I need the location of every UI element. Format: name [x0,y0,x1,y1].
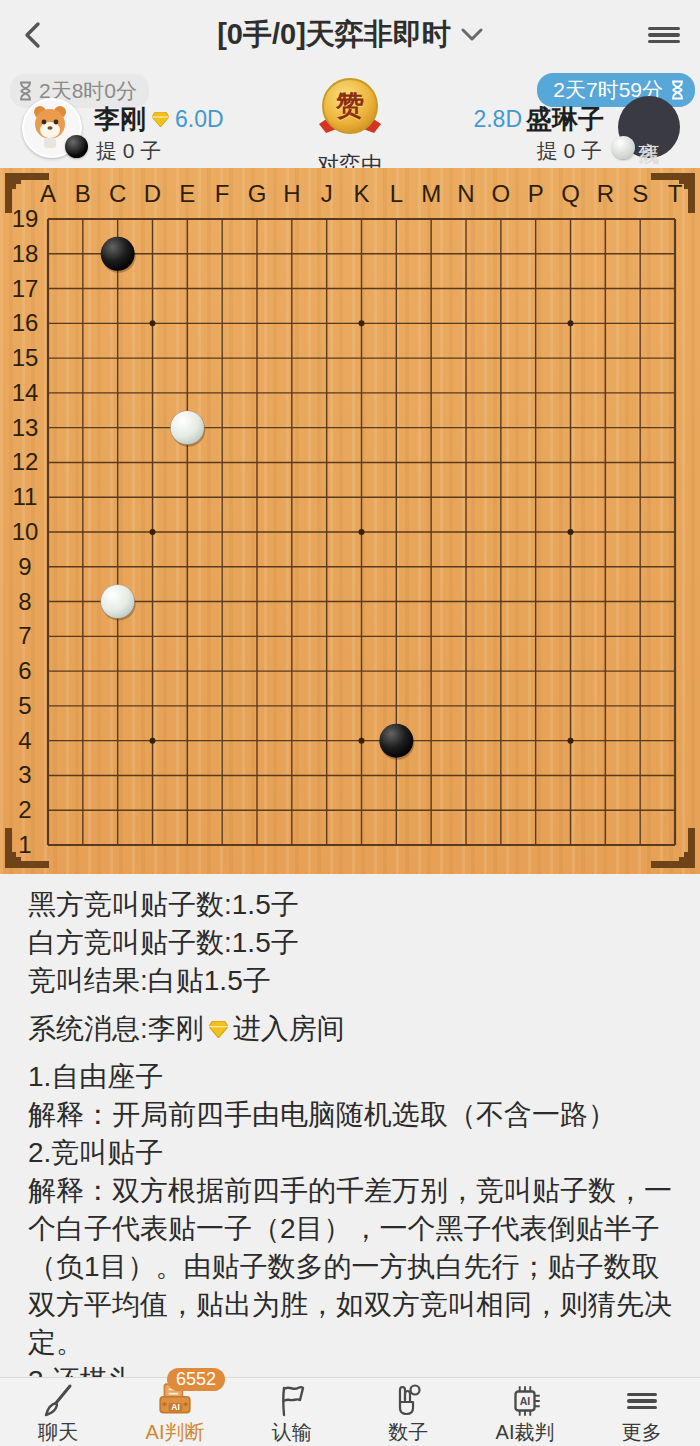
black-player-name-row: 李刚 6.0D [94,102,224,137]
back-icon[interactable] [20,20,46,50]
more-button[interactable]: 更多 [583,1378,700,1446]
praise-medal-button[interactable]: 赞 [317,78,383,144]
player-bar: 2天8时0分 2天7时59分 李刚 6.0D 提 0 子 [0,70,700,168]
brush-icon [40,1381,76,1421]
resign-label: 认输 [272,1419,312,1446]
rule-line: 解释：开局前四手由电脑随机选取（不含一路） [28,1096,680,1134]
svg-text:O: O [491,180,510,207]
medal-disc: 赞 [322,78,378,134]
svg-text:15: 15 [12,344,39,371]
white-player-captures: 提 0 子 [537,137,602,165]
svg-text:P: P [528,180,544,207]
coordinate-labels: ABCDEFGHJKLMNOPQRST191817161514131211109… [12,180,683,858]
hand-count-icon [390,1381,426,1421]
count-button[interactable]: 数子 [350,1378,467,1446]
svg-text:K: K [353,180,369,207]
svg-text:8: 8 [18,588,31,615]
page-title: [0手/0]天弈非即时 [217,15,451,55]
count-label: 数子 [388,1419,428,1446]
svg-text:6: 6 [18,657,31,684]
white-player-rank: 2.8D [473,106,522,133]
title-group[interactable]: [0手/0]天弈非即时 [0,0,700,70]
svg-text:B: B [75,180,91,207]
board-corner-ornament [3,171,51,215]
svg-text:11: 11 [13,483,38,510]
system-message-prefix: 系统消息:李刚 [28,1010,204,1048]
medal-character: 赞 [336,87,364,125]
svg-text:M: M [421,180,441,207]
svg-text:D: D [144,180,161,207]
board-corner-ornament [649,171,697,215]
board-corner-ornament [649,826,697,870]
svg-text:18: 18 [12,240,39,267]
ai-referee-icon: AI [506,1381,544,1421]
svg-text:L: L [390,180,403,207]
ai-judge-badge: 6552 [167,1368,225,1391]
header: [0手/0]天弈非即时 [0,0,700,70]
message-area: 黑方竞叫贴子数:1.5子 白方竞叫贴子数:1.5子 竞叫结果:白贴1.5子 系统… [0,874,700,1400]
svg-text:13: 13 [12,414,39,441]
hourglass-icon [18,81,33,101]
svg-text:7: 7 [18,622,31,649]
chevron-down-icon [461,28,483,42]
svg-text:10: 10 [12,518,39,545]
svg-text:12: 12 [12,448,39,475]
more-label: 更多 [622,1419,662,1446]
flag-icon [274,1381,310,1421]
svg-text:3: 3 [18,761,31,788]
komi-line: 白方竞叫贴子数:1.5子 [28,924,680,962]
ai-judge-button[interactable]: 6552 AI AI判断 [117,1378,234,1446]
svg-text:E: E [179,180,195,207]
ai-referee-button[interactable]: AI AI裁判 [467,1378,584,1446]
svg-text:R: R [597,180,614,207]
stone-white-C8 [101,585,135,619]
black-player-rank: 6.0D [175,106,224,133]
bottom-toolbar: 聊天 6552 AI AI判断 认输 [0,1377,700,1446]
ai-judge-label: AI判断 [146,1419,205,1446]
svg-text:AI: AI [520,1395,531,1407]
svg-text:C: C [109,180,126,207]
go-board[interactable]: ABCDEFGHJKLMNOPQRST191817161514131211109… [0,168,700,874]
rule-line: 2.竞叫贴子 [28,1134,680,1172]
svg-text:14: 14 [12,379,39,406]
svg-text:F: F [215,180,230,207]
svg-text:S: S [632,180,648,207]
rule-line: 1.自由座子 [28,1058,680,1096]
komi-line: 黑方竞叫贴子数:1.5子 [28,886,680,924]
svg-text:AI: AI [171,1402,179,1412]
white-player-avatar[interactable]: 离线 [618,96,680,158]
stone-white-E13 [170,411,204,445]
svg-text:5: 5 [18,692,31,719]
chat-label: 聊天 [38,1419,78,1446]
svg-text:Q: Q [561,180,580,207]
go-board-grid[interactable]: ABCDEFGHJKLMNOPQRST191817161514131211109… [0,168,700,874]
svg-text:2: 2 [18,796,31,823]
chat-button[interactable]: 聊天 [0,1378,117,1446]
resign-button[interactable]: 认输 [233,1378,350,1446]
system-message-suffix: 进入房间 [233,1010,345,1048]
stone-black-L4 [379,724,413,758]
white-player-name: 盛琳子 [526,102,604,137]
white-stone-indicator [612,136,635,159]
stone-black-C18 [101,237,135,271]
board-corner-ornament [3,826,51,870]
black-player-avatar[interactable] [22,98,82,158]
white-player-name-row: 2.8D 盛琳子 [473,102,604,137]
svg-text:G: G [248,180,267,207]
black-player-name: 李刚 [94,102,146,137]
gem-icon [209,1021,228,1038]
svg-text:17: 17 [12,275,39,302]
hourglass-icon [670,80,685,100]
svg-text:H: H [283,180,300,207]
system-message: 系统消息:李刚 进入房间 [28,1010,680,1048]
svg-text:J: J [321,180,333,207]
offline-status: 离线 [635,125,663,129]
svg-text:4: 4 [18,727,31,754]
svg-text:N: N [457,180,474,207]
more-icon [627,1381,657,1421]
gem-icon [152,112,169,127]
komi-line: 竞叫结果:白贴1.5子 [28,962,680,1000]
svg-text:9: 9 [18,553,31,580]
rule-line: 解释：双方根据前四手的千差万别，竞叫贴子数，一个白子代表贴一子（2目），一个黑子… [28,1172,680,1362]
ai-referee-label: AI裁判 [496,1419,555,1446]
menu-button[interactable] [648,24,680,47]
svg-text:16: 16 [12,309,39,336]
